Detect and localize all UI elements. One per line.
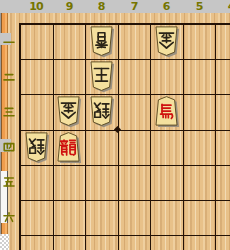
- cell-4-2[interactable]: [215, 59, 230, 94]
- cell-10-5[interactable]: [20, 165, 53, 200]
- cell-9-1[interactable]: [53, 24, 86, 59]
- column-label-10: 10: [21, 0, 51, 13]
- piece-gote-gold-6-1[interactable]: [153, 26, 180, 56]
- piece-sente-dragon-promoted-rook-9-4[interactable]: [55, 132, 82, 162]
- corner-dither: [0, 234, 9, 250]
- row-label-3: [3, 106, 15, 118]
- cell-7-4[interactable]: [118, 130, 151, 165]
- cell-4-1[interactable]: [215, 24, 230, 59]
- cell-5-1[interactable]: [183, 24, 216, 59]
- cell-6-2[interactable]: [150, 59, 183, 94]
- cell-4-7[interactable]: [215, 235, 230, 250]
- cell-5-4[interactable]: [183, 130, 216, 165]
- cell-7-5[interactable]: [118, 165, 151, 200]
- cell-5-2[interactable]: [183, 59, 216, 94]
- cell-6-5[interactable]: [150, 165, 183, 200]
- row-label-1: [3, 36, 15, 48]
- cell-4-3[interactable]: [215, 94, 230, 129]
- cell-8-4[interactable]: [85, 130, 118, 165]
- row-label-2: [3, 71, 15, 83]
- cell-7-6[interactable]: [118, 200, 151, 235]
- cell-10-2[interactable]: [20, 59, 53, 94]
- column-label-9: 9: [54, 0, 84, 13]
- piece-gote-gold-9-3[interactable]: [55, 96, 82, 126]
- piece-gote-silver-8-3[interactable]: [88, 96, 115, 126]
- column-label-5: 5: [184, 0, 214, 13]
- piece-gote-lance-8-1[interactable]: [88, 26, 115, 56]
- cell-4-4[interactable]: [215, 130, 230, 165]
- cell-9-2[interactable]: [53, 59, 86, 94]
- cell-5-6[interactable]: [183, 200, 216, 235]
- row-label-4: [3, 141, 15, 153]
- cell-10-3[interactable]: [20, 94, 53, 129]
- cell-5-3[interactable]: [183, 94, 216, 129]
- cell-9-7[interactable]: [53, 235, 86, 250]
- cell-5-5[interactable]: [183, 165, 216, 200]
- cell-6-6[interactable]: [150, 200, 183, 235]
- cell-10-6[interactable]: [20, 200, 53, 235]
- column-labels-bar: 10 9 8 7 6 5 4: [0, 0, 230, 13]
- cell-7-3[interactable]: [118, 94, 151, 129]
- column-label-6: 6: [151, 0, 181, 13]
- piece-sente-horse-promoted-bishop-6-3[interactable]: [153, 96, 180, 126]
- cell-8-5[interactable]: [85, 165, 118, 200]
- row-label-5: [3, 176, 15, 188]
- column-label-4: 4: [216, 0, 230, 13]
- cell-7-1[interactable]: [118, 24, 151, 59]
- column-label-8: 8: [86, 0, 116, 13]
- cell-4-5[interactable]: [215, 165, 230, 200]
- cell-9-5[interactable]: [53, 165, 86, 200]
- cell-6-7[interactable]: [150, 235, 183, 250]
- cell-7-2[interactable]: [118, 59, 151, 94]
- shogi-board-window: 10 9 8 7 6 5 4: [0, 0, 230, 250]
- cell-7-7[interactable]: [118, 235, 151, 250]
- cell-4-6[interactable]: [215, 200, 230, 235]
- cell-5-7[interactable]: [183, 235, 216, 250]
- cell-8-7[interactable]: [85, 235, 118, 250]
- cell-10-7[interactable]: [20, 235, 53, 250]
- piece-gote-silver-10-4[interactable]: [23, 132, 50, 162]
- cell-10-1[interactable]: [20, 24, 53, 59]
- column-label-7: 7: [119, 0, 149, 13]
- cell-8-6[interactable]: [85, 200, 118, 235]
- piece-gote-king-8-2[interactable]: [88, 61, 115, 91]
- cell-9-6[interactable]: [53, 200, 86, 235]
- row-label-6: [3, 212, 15, 224]
- cell-6-4[interactable]: [150, 130, 183, 165]
